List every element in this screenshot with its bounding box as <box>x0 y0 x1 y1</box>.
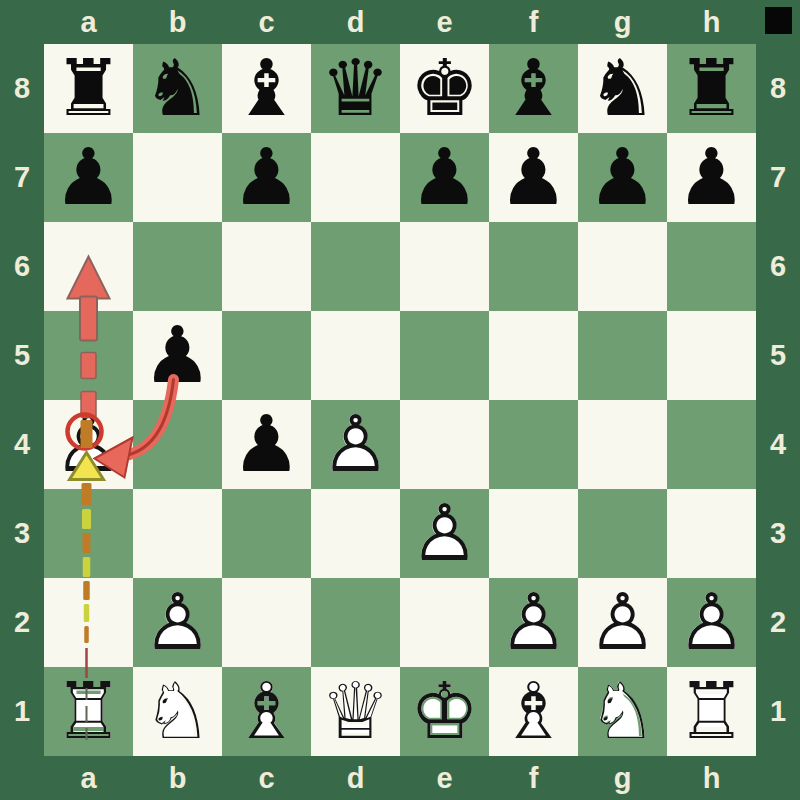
piece-glyph-outline: ♘ <box>133 667 222 756</box>
rank-label-left-4: 4 <box>0 400 44 489</box>
square-e7[interactable]: ♟ <box>400 133 489 222</box>
square-a5[interactable] <box>44 311 133 400</box>
piece-white-king[interactable]: ♚♔ <box>400 667 489 756</box>
square-a1[interactable]: ♜♖ <box>44 667 133 756</box>
file-label-top-h: h <box>667 0 756 44</box>
rank-label-left-3: 3 <box>0 489 44 578</box>
piece-white-pawn[interactable]: ♟♙ <box>489 578 578 667</box>
piece-white-pawn[interactable]: ♟♙ <box>578 578 667 667</box>
square-c1[interactable]: ♝♗ <box>222 667 311 756</box>
square-f1[interactable]: ♝♗ <box>489 667 578 756</box>
square-b6[interactable] <box>133 222 222 311</box>
file-label-top-d: d <box>311 0 400 44</box>
square-e6[interactable] <box>400 222 489 311</box>
square-h6[interactable] <box>667 222 756 311</box>
square-b5[interactable]: ♟ <box>133 311 222 400</box>
rank-label-left-6: 6 <box>0 222 44 311</box>
piece-glyph-outline: ♘ <box>578 667 667 756</box>
piece-black-pawn[interactable]: ♟ <box>400 133 489 222</box>
square-h4[interactable] <box>667 400 756 489</box>
rank-labels-left: 87654321 <box>0 44 44 756</box>
piece-white-pawn[interactable]: ♟♙ <box>400 489 489 578</box>
square-b3[interactable] <box>133 489 222 578</box>
rank-label-right-8: 8 <box>756 44 800 133</box>
square-d1[interactable]: ♛♕ <box>311 667 400 756</box>
file-label-bottom-b: b <box>133 756 222 800</box>
square-a6[interactable] <box>44 222 133 311</box>
piece-glyph-outline: ♕ <box>311 667 400 756</box>
black-to-move-indicator <box>765 7 792 34</box>
square-d3[interactable] <box>311 489 400 578</box>
square-g4[interactable] <box>578 400 667 489</box>
piece-black-rook[interactable]: ♜ <box>44 44 133 133</box>
square-d2[interactable] <box>311 578 400 667</box>
square-c2[interactable] <box>222 578 311 667</box>
piece-black-pawn[interactable]: ♟ <box>667 133 756 222</box>
piece-black-queen[interactable]: ♛ <box>311 44 400 133</box>
square-h2[interactable]: ♟♙ <box>667 578 756 667</box>
square-f6[interactable] <box>489 222 578 311</box>
square-e4[interactable] <box>400 400 489 489</box>
piece-glyph-fill: ♟ <box>44 133 133 222</box>
piece-glyph-fill: ♟ <box>133 311 222 400</box>
square-g7[interactable]: ♟ <box>578 133 667 222</box>
square-d8[interactable]: ♛ <box>311 44 400 133</box>
rank-label-left-7: 7 <box>0 133 44 222</box>
square-g3[interactable] <box>578 489 667 578</box>
file-label-bottom-e: e <box>400 756 489 800</box>
square-a2[interactable] <box>44 578 133 667</box>
piece-white-pawn[interactable]: ♟♙ <box>44 400 133 489</box>
piece-glyph-fill: ♝ <box>489 44 578 133</box>
piece-white-bishop[interactable]: ♝♗ <box>222 667 311 756</box>
rank-label-right-6: 6 <box>756 222 800 311</box>
piece-black-bishop[interactable]: ♝ <box>222 44 311 133</box>
square-c7[interactable]: ♟ <box>222 133 311 222</box>
square-d5[interactable] <box>311 311 400 400</box>
piece-glyph-outline: ♗ <box>222 667 311 756</box>
piece-glyph-fill: ♜ <box>44 44 133 133</box>
piece-black-knight[interactable]: ♞ <box>133 44 222 133</box>
rank-label-left-2: 2 <box>0 578 44 667</box>
piece-white-rook[interactable]: ♜♖ <box>44 667 133 756</box>
rank-label-right-5: 5 <box>756 311 800 400</box>
file-label-top-g: g <box>578 0 667 44</box>
square-h5[interactable] <box>667 311 756 400</box>
square-f4[interactable] <box>489 400 578 489</box>
piece-glyph-fill: ♟ <box>578 133 667 222</box>
chess-diagram: ♜♞♝♛♚♝♞♜♟♟♟♟♟♟♟♟♙♟♟♙♟♙♟♙♟♙♟♙♟♙♜♖♞♘♝♗♛♕♚♔… <box>0 0 800 800</box>
piece-glyph-outline: ♙ <box>578 578 667 667</box>
rank-label-right-2: 2 <box>756 578 800 667</box>
piece-black-bishop[interactable]: ♝ <box>489 44 578 133</box>
rank-label-right-1: 1 <box>756 667 800 756</box>
square-e2[interactable] <box>400 578 489 667</box>
piece-black-pawn[interactable]: ♟ <box>578 133 667 222</box>
square-g5[interactable] <box>578 311 667 400</box>
piece-white-knight[interactable]: ♞♘ <box>578 667 667 756</box>
piece-black-king[interactable]: ♚ <box>400 44 489 133</box>
rank-label-left-8: 8 <box>0 44 44 133</box>
piece-glyph-fill: ♞ <box>133 44 222 133</box>
square-c6[interactable] <box>222 222 311 311</box>
square-b2[interactable]: ♟♙ <box>133 578 222 667</box>
piece-glyph-outline: ♙ <box>489 578 578 667</box>
piece-glyph-fill: ♜ <box>667 44 756 133</box>
file-label-top-b: b <box>133 0 222 44</box>
square-c8[interactable]: ♝ <box>222 44 311 133</box>
rank-label-left-5: 5 <box>0 311 44 400</box>
square-d7[interactable] <box>311 133 400 222</box>
square-g1[interactable]: ♞♘ <box>578 667 667 756</box>
piece-white-pawn[interactable]: ♟♙ <box>133 578 222 667</box>
piece-glyph-fill: ♟ <box>400 133 489 222</box>
piece-black-pawn[interactable]: ♟ <box>44 133 133 222</box>
piece-glyph-outline: ♖ <box>667 667 756 756</box>
piece-glyph-outline: ♖ <box>44 667 133 756</box>
square-b8[interactable]: ♞ <box>133 44 222 133</box>
file-labels-bottom: abcdefgh <box>44 756 756 800</box>
piece-glyph-outline: ♗ <box>489 667 578 756</box>
piece-black-rook[interactable]: ♜ <box>667 44 756 133</box>
square-g8[interactable]: ♞ <box>578 44 667 133</box>
file-label-bottom-f: f <box>489 756 578 800</box>
piece-glyph-outline: ♙ <box>400 489 489 578</box>
file-label-bottom-d: d <box>311 756 400 800</box>
file-labels-top: abcdefgh <box>44 0 756 44</box>
piece-black-knight[interactable]: ♞ <box>578 44 667 133</box>
rank-label-left-1: 1 <box>0 667 44 756</box>
square-a4[interactable]: ♟♙ <box>44 400 133 489</box>
square-b7[interactable] <box>133 133 222 222</box>
square-f7[interactable]: ♟ <box>489 133 578 222</box>
piece-glyph-fill: ♚ <box>400 44 489 133</box>
piece-glyph-fill: ♛ <box>311 44 400 133</box>
piece-glyph-fill: ♟ <box>222 400 311 489</box>
square-c4[interactable]: ♟ <box>222 400 311 489</box>
rank-label-right-7: 7 <box>756 133 800 222</box>
rank-label-right-4: 4 <box>756 400 800 489</box>
chess-board: ♜♞♝♛♚♝♞♜♟♟♟♟♟♟♟♟♙♟♟♙♟♙♟♙♟♙♟♙♟♙♜♖♞♘♝♗♛♕♚♔… <box>44 44 756 756</box>
file-label-bottom-g: g <box>578 756 667 800</box>
piece-black-pawn[interactable]: ♟ <box>133 311 222 400</box>
file-label-bottom-c: c <box>222 756 311 800</box>
square-f5[interactable] <box>489 311 578 400</box>
piece-glyph-fill: ♟ <box>222 133 311 222</box>
file-label-top-e: e <box>400 0 489 44</box>
piece-black-pawn[interactable]: ♟ <box>489 133 578 222</box>
square-d4[interactable]: ♟♙ <box>311 400 400 489</box>
rank-label-right-3: 3 <box>756 489 800 578</box>
piece-glyph-outline: ♙ <box>667 578 756 667</box>
file-label-bottom-a: a <box>44 756 133 800</box>
file-label-top-f: f <box>489 0 578 44</box>
square-e1[interactable]: ♚♔ <box>400 667 489 756</box>
square-h3[interactable] <box>667 489 756 578</box>
square-h8[interactable]: ♜ <box>667 44 756 133</box>
piece-glyph-outline: ♙ <box>133 578 222 667</box>
piece-white-pawn[interactable]: ♟♙ <box>667 578 756 667</box>
square-e8[interactable]: ♚ <box>400 44 489 133</box>
piece-glyph-outline: ♔ <box>400 667 489 756</box>
piece-white-knight[interactable]: ♞♘ <box>133 667 222 756</box>
piece-glyph-fill: ♟ <box>489 133 578 222</box>
square-g2[interactable]: ♟♙ <box>578 578 667 667</box>
square-f8[interactable]: ♝ <box>489 44 578 133</box>
piece-white-pawn[interactable]: ♟♙ <box>311 400 400 489</box>
square-e3[interactable]: ♟♙ <box>400 489 489 578</box>
piece-glyph-outline: ♙ <box>44 400 133 489</box>
square-b4[interactable] <box>133 400 222 489</box>
square-a3[interactable] <box>44 489 133 578</box>
square-f3[interactable] <box>489 489 578 578</box>
file-label-top-a: a <box>44 0 133 44</box>
square-a8[interactable]: ♜ <box>44 44 133 133</box>
piece-white-queen[interactable]: ♛♕ <box>311 667 400 756</box>
file-label-top-c: c <box>222 0 311 44</box>
square-e5[interactable] <box>400 311 489 400</box>
piece-glyph-outline: ♙ <box>311 400 400 489</box>
square-a7[interactable]: ♟ <box>44 133 133 222</box>
square-d6[interactable] <box>311 222 400 311</box>
square-f2[interactable]: ♟♙ <box>489 578 578 667</box>
piece-glyph-fill: ♝ <box>222 44 311 133</box>
square-c3[interactable] <box>222 489 311 578</box>
square-h1[interactable]: ♜♖ <box>667 667 756 756</box>
square-b1[interactable]: ♞♘ <box>133 667 222 756</box>
square-h7[interactable]: ♟ <box>667 133 756 222</box>
square-c5[interactable] <box>222 311 311 400</box>
square-g6[interactable] <box>578 222 667 311</box>
piece-white-rook[interactable]: ♜♖ <box>667 667 756 756</box>
piece-white-bishop[interactable]: ♝♗ <box>489 667 578 756</box>
piece-glyph-fill: ♞ <box>578 44 667 133</box>
piece-black-pawn[interactable]: ♟ <box>222 400 311 489</box>
piece-black-pawn[interactable]: ♟ <box>222 133 311 222</box>
rank-labels-right: 87654321 <box>756 44 800 756</box>
file-label-bottom-h: h <box>667 756 756 800</box>
piece-glyph-fill: ♟ <box>667 133 756 222</box>
